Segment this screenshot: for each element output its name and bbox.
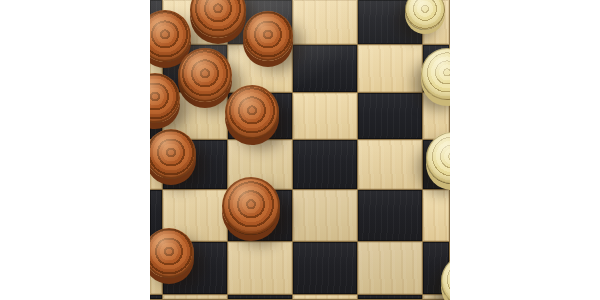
checker-piece-cream-1[interactable] (405, 0, 445, 30)
page-background (0, 0, 600, 300)
checkers-board-photo (150, 0, 450, 300)
checker-piece-brown-9[interactable] (150, 228, 194, 278)
checker-piece-brown-5[interactable] (150, 73, 180, 123)
checker-piece-brown-4[interactable] (178, 48, 232, 102)
checker-piece-brown-6[interactable] (225, 85, 279, 139)
checker-piece-cream-3[interactable] (426, 132, 450, 184)
checker-piece-cream-2[interactable] (421, 48, 450, 100)
checker-piece-brown-8[interactable] (222, 177, 280, 235)
checker-piece-cream-4[interactable] (441, 255, 450, 300)
checker-piece-brown-7[interactable] (150, 129, 196, 179)
pieces-layer (150, 0, 450, 300)
checker-piece-brown-3[interactable] (243, 11, 293, 61)
checker-piece-brown-2[interactable] (150, 10, 191, 62)
checker-piece-brown-1[interactable] (190, 0, 246, 38)
